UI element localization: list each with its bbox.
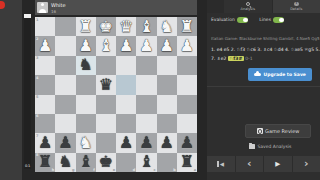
black-p-piece-a7[interactable]: ♟ [180, 134, 194, 150]
square-g6[interactable] [55, 114, 75, 133]
chess-board[interactable]: 1♜♚♛♝♞♜2♟♟♝♟♟♟♟3♞4♛567♟♟♞♟♟♟♟8h♜g♞f♝e♚dc… [35, 17, 197, 172]
avatar[interactable] [37, 2, 48, 13]
square-h7[interactable]: 7♟ [35, 133, 55, 152]
square-b3[interactable] [157, 56, 177, 75]
move-prefix[interactable]: 7. ♗e2 [211, 56, 228, 61]
square-f2[interactable]: ♟ [76, 36, 96, 55]
white-k-piece-e1[interactable]: ♚ [99, 18, 113, 34]
top-player-bar: White 16 [35, 0, 197, 15]
lines-toggle[interactable] [273, 17, 284, 23]
black-q-piece-e4[interactable]: ♛ [99, 76, 113, 92]
square-f1[interactable]: ♜ [76, 17, 96, 36]
square-g8[interactable]: g♞ [55, 153, 75, 172]
white-r-piece-f1[interactable]: ♜ [78, 18, 92, 34]
square-e7[interactable] [96, 133, 116, 152]
tab-details-label: Details [290, 7, 302, 11]
white-n-piece-b1[interactable]: ♞ [159, 18, 173, 34]
toggle-knob [243, 18, 248, 23]
lines-toggle-label: Lines [259, 17, 271, 22]
gear-zone [207, 0, 224, 13]
black-p-piece-c7[interactable]: ♟ [139, 134, 153, 150]
square-f8[interactable]: f♝ [76, 153, 96, 172]
square-d5[interactable] [116, 95, 136, 114]
upgrade-to-save-button[interactable]: Upgrade to Save [248, 68, 312, 81]
bar-glyph [217, 161, 219, 167]
square-d2[interactable]: ♟ [116, 36, 136, 55]
rank-label-1: 1 [36, 18, 38, 22]
move-navigation-bar: ◀ ‹ ▶ › [207, 156, 320, 172]
white-r-piece-a1[interactable]: ♜ [180, 18, 194, 34]
black-p-piece-b7[interactable]: ♟ [159, 134, 173, 150]
square-h8[interactable]: 8h♜ [35, 153, 55, 172]
white-n-piece-f7[interactable]: ♞ [78, 134, 92, 150]
white-p-piece-h2[interactable]: ♟ [38, 38, 52, 54]
black-r-piece-h8[interactable]: ♜ [38, 154, 52, 170]
rank-label-4: 4 [36, 76, 38, 80]
upgrade-to-save-label: Upgrade to Save [264, 72, 306, 77]
saved-analysis-button[interactable]: Saved Analysis [249, 144, 291, 149]
white-b-piece-c1[interactable]: ♝ [139, 18, 153, 34]
evaluation-bar-white-section [24, 14, 31, 18]
black-p-piece-g7[interactable]: ♟ [58, 134, 72, 150]
square-e4[interactable]: ♛ [96, 75, 116, 94]
square-c5[interactable] [136, 95, 156, 114]
player-name: White [51, 2, 66, 8]
square-d3[interactable] [116, 56, 136, 75]
square-h6[interactable]: 6 [35, 114, 55, 133]
square-g1[interactable] [55, 17, 75, 36]
rank-label-5: 5 [36, 95, 38, 99]
square-g3[interactable] [55, 56, 75, 75]
square-a2[interactable]: ♟ [177, 36, 197, 55]
game-review-label: Game Review [265, 128, 299, 134]
white-p-piece-c2[interactable]: ♟ [139, 38, 153, 54]
white-b-piece-e2[interactable]: ♝ [99, 38, 113, 54]
square-a1[interactable]: ♜ [177, 17, 197, 36]
square-h5[interactable]: 5 [35, 95, 55, 114]
square-e2[interactable]: ♝ [96, 36, 116, 55]
square-d8[interactable]: d [116, 153, 136, 172]
left-sidebar [0, 0, 22, 180]
file-label-b: b [173, 168, 176, 172]
black-p-piece-d7[interactable]: ♟ [119, 134, 133, 150]
notification-badge [0, 1, 5, 9]
square-a7[interactable]: ♟ [177, 133, 197, 152]
square-a3[interactable] [177, 56, 197, 75]
tab-analysis-label: Analysis [241, 7, 255, 11]
square-h2[interactable]: 2♟ [35, 36, 55, 55]
game-review-icon [257, 128, 263, 134]
square-e8[interactable]: e♚ [96, 153, 116, 172]
folder-icon [249, 144, 255, 149]
black-n-piece-g8[interactable]: ♞ [58, 154, 72, 170]
toggle-knob [279, 18, 284, 23]
rank-label-3: 3 [36, 56, 38, 60]
white-p-piece-f2[interactable]: ♟ [78, 38, 92, 54]
file-label-c: c [153, 168, 155, 172]
back-to-start-icon: ◀ [220, 161, 224, 167]
square-b1[interactable]: ♞ [157, 17, 177, 36]
analysis-page: 0-1 White 16 1♜♚♛♝♞♜2♟♟♝♟♟♟♟3♞4♛567♟♟♞♟♟… [0, 0, 320, 180]
square-h4[interactable]: 4 [35, 75, 55, 94]
black-n-piece-f3[interactable]: ♞ [78, 57, 92, 73]
square-b5[interactable] [157, 95, 177, 114]
square-c2[interactable]: ♟ [136, 36, 156, 55]
square-h1[interactable]: 1 [35, 17, 55, 36]
square-h3[interactable]: 3 [35, 56, 55, 75]
black-b-piece-c8[interactable]: ♝ [139, 154, 153, 170]
evaluation-toggle-label: Evaluation [211, 17, 235, 22]
square-f3[interactable]: ♞ [76, 56, 96, 75]
white-p-piece-a2[interactable]: ♟ [180, 38, 194, 54]
square-f4[interactable] [76, 75, 96, 94]
square-g5[interactable] [55, 95, 75, 114]
avatar-person-icon [41, 3, 44, 6]
evaluation-toggle[interactable] [237, 17, 248, 23]
search-icon [246, 2, 250, 6]
square-b2[interactable]: ♟ [157, 36, 177, 55]
square-c3[interactable] [136, 56, 156, 75]
info-icon: i [294, 2, 299, 7]
square-a8[interactable]: a♜ [177, 153, 197, 172]
square-g4[interactable] [55, 75, 75, 94]
next-move-button[interactable]: › [292, 156, 320, 172]
square-a6[interactable] [177, 114, 197, 133]
square-b6[interactable] [157, 114, 177, 133]
square-c8[interactable]: c♝ [136, 153, 156, 172]
opening-name: Italian Game: Blackburne Shilling Gambit… [211, 36, 320, 41]
square-d4[interactable] [116, 75, 136, 94]
toggles-row: Evaluation Lines [211, 17, 284, 23]
play-icon: ▶ [275, 160, 280, 168]
move-list-line-2: 7. ♗e2 ♘f3#0-1 [211, 56, 320, 61]
avatar-person-icon-body [39, 9, 46, 13]
tab-analysis[interactable]: Analysis [224, 0, 272, 13]
analysis-panel: Analysis i Details Evaluation Lines Ital… [207, 0, 320, 180]
panel-tab-bar: Analysis i Details [207, 0, 320, 13]
black-p-piece-h7[interactable]: ♟ [38, 134, 52, 150]
rank-label-6: 6 [36, 114, 38, 118]
play-button[interactable]: ▶ [263, 156, 292, 172]
previous-move-button[interactable]: ‹ [235, 156, 264, 172]
move-list-line-1[interactable]: 1. e4 e5 2. ♘f3 ♘c6 3. ♗c4 ♘d4 4. ♘xe5 ♕… [211, 47, 320, 52]
black-r-piece-a8[interactable]: ♜ [180, 154, 194, 170]
square-c1[interactable]: ♝ [136, 17, 156, 36]
evaluation-score: 0-1 [24, 164, 31, 168]
square-f7[interactable]: ♞ [76, 133, 96, 152]
square-g2[interactable] [55, 36, 75, 55]
black-b-piece-f8[interactable]: ♝ [78, 154, 92, 170]
square-f5[interactable] [76, 95, 96, 114]
square-c7[interactable]: ♟ [136, 133, 156, 152]
square-c4[interactable] [136, 75, 156, 94]
current-move[interactable]: ♘f3# [228, 56, 244, 61]
file-label-d: d [133, 168, 136, 172]
square-d7[interactable]: ♟ [116, 133, 136, 152]
white-q-piece-d1[interactable]: ♛ [119, 18, 133, 34]
square-d1[interactable]: ♛ [116, 17, 136, 36]
player-subtitle: 16 [51, 9, 56, 14]
evaluation-bar: 0-1 [24, 14, 31, 169]
game-result: 0-1 [245, 56, 252, 61]
white-p-piece-d2[interactable]: ♟ [119, 38, 133, 54]
game-review-button[interactable]: Game Review [245, 124, 311, 138]
square-b7[interactable]: ♟ [157, 133, 177, 152]
square-g7[interactable]: ♟ [55, 133, 75, 152]
square-e5[interactable] [96, 95, 116, 114]
square-e3[interactable] [96, 56, 116, 75]
saved-analysis-label: Saved Analysis [258, 144, 292, 149]
square-e1[interactable]: ♚ [96, 17, 116, 36]
black-k-piece-e8[interactable]: ♚ [99, 154, 113, 170]
square-b8[interactable]: b [157, 153, 177, 172]
go-to-start-button[interactable]: ◀ [207, 156, 235, 172]
panel-divider [207, 86, 320, 87]
square-c6[interactable] [136, 114, 156, 133]
square-a4[interactable] [177, 75, 197, 94]
square-e6[interactable] [96, 114, 116, 133]
tab-details[interactable]: i Details [272, 0, 320, 13]
square-d6[interactable] [116, 114, 136, 133]
file-label-f: f [93, 168, 95, 172]
square-b4[interactable] [157, 75, 177, 94]
white-p-piece-b2[interactable]: ♟ [159, 38, 173, 54]
square-f6[interactable] [76, 114, 96, 133]
square-a5[interactable] [177, 95, 197, 114]
cloud-save-icon [254, 73, 261, 77]
